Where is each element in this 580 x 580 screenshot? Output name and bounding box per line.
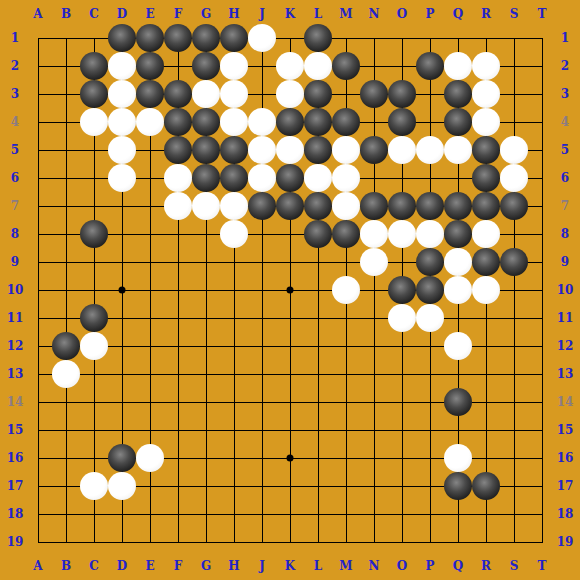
white-stone[interactable] [192, 80, 220, 108]
black-stone[interactable] [472, 472, 500, 500]
white-stone[interactable] [332, 276, 360, 304]
black-stone[interactable] [472, 192, 500, 220]
black-stone[interactable] [192, 52, 220, 80]
column-label-bottom: D [117, 560, 127, 572]
row-label-left: 17 [7, 480, 24, 492]
white-stone[interactable] [220, 192, 248, 220]
white-stone[interactable] [276, 52, 304, 80]
white-stone[interactable] [332, 192, 360, 220]
row-label-left: 12 [7, 340, 24, 352]
row-label-right: 10 [557, 284, 574, 296]
black-stone[interactable] [444, 220, 472, 248]
black-stone[interactable] [360, 80, 388, 108]
grid-hline [38, 542, 543, 543]
column-label-bottom: H [228, 560, 239, 572]
black-stone[interactable] [276, 108, 304, 136]
column-label-top: H [228, 8, 239, 20]
row-label-left: 9 [11, 256, 19, 268]
white-stone[interactable] [136, 108, 164, 136]
black-stone[interactable] [304, 136, 332, 164]
column-label-bottom: M [339, 560, 352, 572]
white-stone[interactable] [332, 164, 360, 192]
white-stone[interactable] [472, 108, 500, 136]
white-stone[interactable] [248, 136, 276, 164]
black-stone[interactable] [472, 164, 500, 192]
black-stone[interactable] [304, 220, 332, 248]
white-stone[interactable] [416, 220, 444, 248]
white-stone[interactable] [416, 136, 444, 164]
black-stone[interactable] [388, 80, 416, 108]
white-stone[interactable] [248, 24, 276, 52]
black-stone[interactable] [248, 192, 276, 220]
column-label-bottom: Q [453, 560, 463, 572]
column-label-bottom: K [285, 560, 295, 572]
column-label-bottom: R [481, 560, 491, 572]
column-label-top: S [510, 8, 519, 20]
white-stone[interactable] [388, 220, 416, 248]
white-stone[interactable] [500, 136, 528, 164]
column-label-top: B [61, 8, 71, 20]
black-stone[interactable] [416, 276, 444, 304]
white-stone[interactable] [136, 444, 164, 472]
black-stone[interactable] [276, 164, 304, 192]
column-label-top: N [369, 8, 380, 20]
column-label-bottom: J [259, 560, 265, 572]
white-stone[interactable] [220, 80, 248, 108]
white-stone[interactable] [332, 136, 360, 164]
row-label-right: 9 [561, 256, 569, 268]
black-stone[interactable] [164, 24, 192, 52]
black-stone[interactable] [500, 248, 528, 276]
column-label-bottom: C [89, 560, 99, 572]
black-stone[interactable] [52, 332, 80, 360]
white-stone[interactable] [444, 276, 472, 304]
black-stone[interactable] [444, 80, 472, 108]
black-stone[interactable] [304, 24, 332, 52]
row-label-right: 14 [557, 396, 574, 408]
row-label-left: 6 [11, 172, 19, 184]
white-stone[interactable] [248, 164, 276, 192]
row-label-left: 11 [7, 312, 24, 324]
white-stone[interactable] [276, 80, 304, 108]
column-label-bottom: G [201, 560, 211, 572]
black-stone[interactable] [80, 80, 108, 108]
grid-hline [38, 514, 543, 515]
white-stone[interactable] [360, 220, 388, 248]
column-label-top: T [538, 8, 547, 20]
white-stone[interactable] [304, 52, 332, 80]
column-label-bottom: L [314, 560, 322, 572]
black-stone[interactable] [192, 108, 220, 136]
white-stone[interactable] [444, 248, 472, 276]
column-label-bottom: A [33, 560, 42, 572]
white-stone[interactable] [416, 304, 444, 332]
white-stone[interactable] [472, 220, 500, 248]
black-stone[interactable] [388, 192, 416, 220]
row-label-right: 3 [561, 88, 569, 100]
row-label-left: 8 [11, 228, 19, 240]
black-stone[interactable] [472, 136, 500, 164]
black-stone[interactable] [136, 24, 164, 52]
white-stone[interactable] [444, 332, 472, 360]
white-stone[interactable] [220, 220, 248, 248]
white-stone[interactable] [108, 108, 136, 136]
column-label-top: O [397, 8, 407, 20]
column-label-top: D [117, 8, 127, 20]
black-stone[interactable] [444, 472, 472, 500]
white-stone[interactable] [80, 332, 108, 360]
black-stone[interactable] [80, 52, 108, 80]
column-label-top: A [33, 8, 42, 20]
white-stone[interactable] [304, 164, 332, 192]
row-label-right: 5 [561, 144, 569, 156]
white-stone[interactable] [472, 276, 500, 304]
black-stone[interactable] [304, 80, 332, 108]
black-stone[interactable] [444, 108, 472, 136]
black-stone[interactable] [108, 24, 136, 52]
column-label-top: F [174, 8, 183, 20]
grid-vline [542, 38, 543, 543]
black-stone[interactable] [192, 164, 220, 192]
black-stone[interactable] [164, 108, 192, 136]
grid-vline [514, 38, 515, 543]
row-label-right: 18 [557, 508, 574, 520]
black-stone[interactable] [220, 24, 248, 52]
row-label-left: 7 [11, 200, 19, 212]
column-label-bottom: F [174, 560, 183, 572]
black-stone[interactable] [388, 108, 416, 136]
star-point [287, 455, 294, 462]
white-stone[interactable] [472, 80, 500, 108]
row-label-left: 16 [7, 452, 24, 464]
white-stone[interactable] [248, 108, 276, 136]
black-stone[interactable] [220, 136, 248, 164]
white-stone[interactable] [360, 248, 388, 276]
column-label-top: Q [453, 8, 463, 20]
white-stone[interactable] [52, 360, 80, 388]
white-stone[interactable] [108, 136, 136, 164]
row-label-left: 5 [11, 144, 19, 156]
white-stone[interactable] [108, 80, 136, 108]
grid-hline [38, 374, 543, 375]
row-label-right: 16 [557, 452, 574, 464]
column-label-top: P [425, 8, 434, 20]
black-stone[interactable] [332, 220, 360, 248]
black-stone[interactable] [444, 388, 472, 416]
white-stone[interactable] [388, 136, 416, 164]
grid-vline [374, 38, 375, 543]
column-label-bottom: P [425, 560, 434, 572]
row-label-right: 19 [557, 536, 574, 548]
black-stone[interactable] [332, 52, 360, 80]
white-stone[interactable] [192, 192, 220, 220]
black-stone[interactable] [360, 192, 388, 220]
grid-hline [38, 430, 543, 431]
black-stone[interactable] [416, 192, 444, 220]
white-stone[interactable] [220, 52, 248, 80]
white-stone[interactable] [472, 52, 500, 80]
white-stone[interactable] [164, 192, 192, 220]
row-label-left: 10 [7, 284, 24, 296]
black-stone[interactable] [136, 80, 164, 108]
row-label-left: 15 [7, 424, 24, 436]
black-stone[interactable] [416, 248, 444, 276]
black-stone[interactable] [304, 108, 332, 136]
grid-hline [38, 318, 543, 319]
black-stone[interactable] [108, 444, 136, 472]
row-label-right: 11 [557, 312, 574, 324]
white-stone[interactable] [108, 472, 136, 500]
white-stone[interactable] [276, 136, 304, 164]
row-label-left: 19 [7, 536, 24, 548]
white-stone[interactable] [80, 108, 108, 136]
column-label-bottom: N [369, 560, 380, 572]
row-label-right: 13 [557, 368, 574, 380]
black-stone[interactable] [80, 220, 108, 248]
black-stone[interactable] [332, 108, 360, 136]
row-label-left: 3 [11, 88, 19, 100]
black-stone[interactable] [360, 136, 388, 164]
row-label-right: 1 [561, 32, 569, 44]
row-label-left: 18 [7, 508, 24, 520]
black-stone[interactable] [472, 248, 500, 276]
black-stone[interactable] [220, 164, 248, 192]
row-label-right: 15 [557, 424, 574, 436]
white-stone[interactable] [444, 136, 472, 164]
row-label-left: 2 [11, 60, 19, 72]
black-stone[interactable] [444, 192, 472, 220]
black-stone[interactable] [164, 80, 192, 108]
star-point [119, 287, 126, 294]
white-stone[interactable] [500, 164, 528, 192]
white-stone[interactable] [164, 164, 192, 192]
column-label-top: L [314, 8, 322, 20]
row-label-left: 4 [11, 116, 19, 128]
column-label-top: J [259, 8, 265, 20]
black-stone[interactable] [136, 52, 164, 80]
black-stone[interactable] [192, 136, 220, 164]
black-stone[interactable] [304, 192, 332, 220]
row-label-right: 4 [561, 116, 569, 128]
column-label-top: E [145, 8, 154, 20]
black-stone[interactable] [416, 52, 444, 80]
row-label-left: 13 [7, 368, 24, 380]
row-label-right: 2 [561, 60, 569, 72]
black-stone[interactable] [80, 304, 108, 332]
white-stone[interactable] [80, 472, 108, 500]
white-stone[interactable] [108, 164, 136, 192]
row-label-right: 7 [561, 200, 569, 212]
black-stone[interactable] [276, 192, 304, 220]
white-stone[interactable] [444, 444, 472, 472]
row-label-right: 6 [561, 172, 569, 184]
column-label-top: C [89, 8, 99, 20]
white-stone[interactable] [444, 52, 472, 80]
star-point [287, 287, 294, 294]
column-label-top: M [339, 8, 352, 20]
white-stone[interactable] [388, 304, 416, 332]
column-label-top: R [481, 8, 491, 20]
go-board[interactable]: AABBCCDDEEFFGGHHJJKKLLMMNNOOPPQQRRSSTT11… [0, 0, 580, 580]
column-label-bottom: T [538, 560, 547, 572]
white-stone[interactable] [220, 108, 248, 136]
column-label-bottom: O [397, 560, 407, 572]
row-label-right: 17 [557, 480, 574, 492]
white-stone[interactable] [108, 52, 136, 80]
row-label-left: 1 [11, 32, 19, 44]
column-label-top: K [285, 8, 295, 20]
row-label-left: 14 [7, 396, 24, 408]
row-label-right: 8 [561, 228, 569, 240]
column-label-bottom: E [145, 560, 154, 572]
black-stone[interactable] [500, 192, 528, 220]
black-stone[interactable] [192, 24, 220, 52]
row-label-right: 12 [557, 340, 574, 352]
column-label-bottom: B [61, 560, 71, 572]
column-label-bottom: S [510, 560, 519, 572]
black-stone[interactable] [164, 136, 192, 164]
black-stone[interactable] [388, 276, 416, 304]
column-label-top: G [201, 8, 211, 20]
